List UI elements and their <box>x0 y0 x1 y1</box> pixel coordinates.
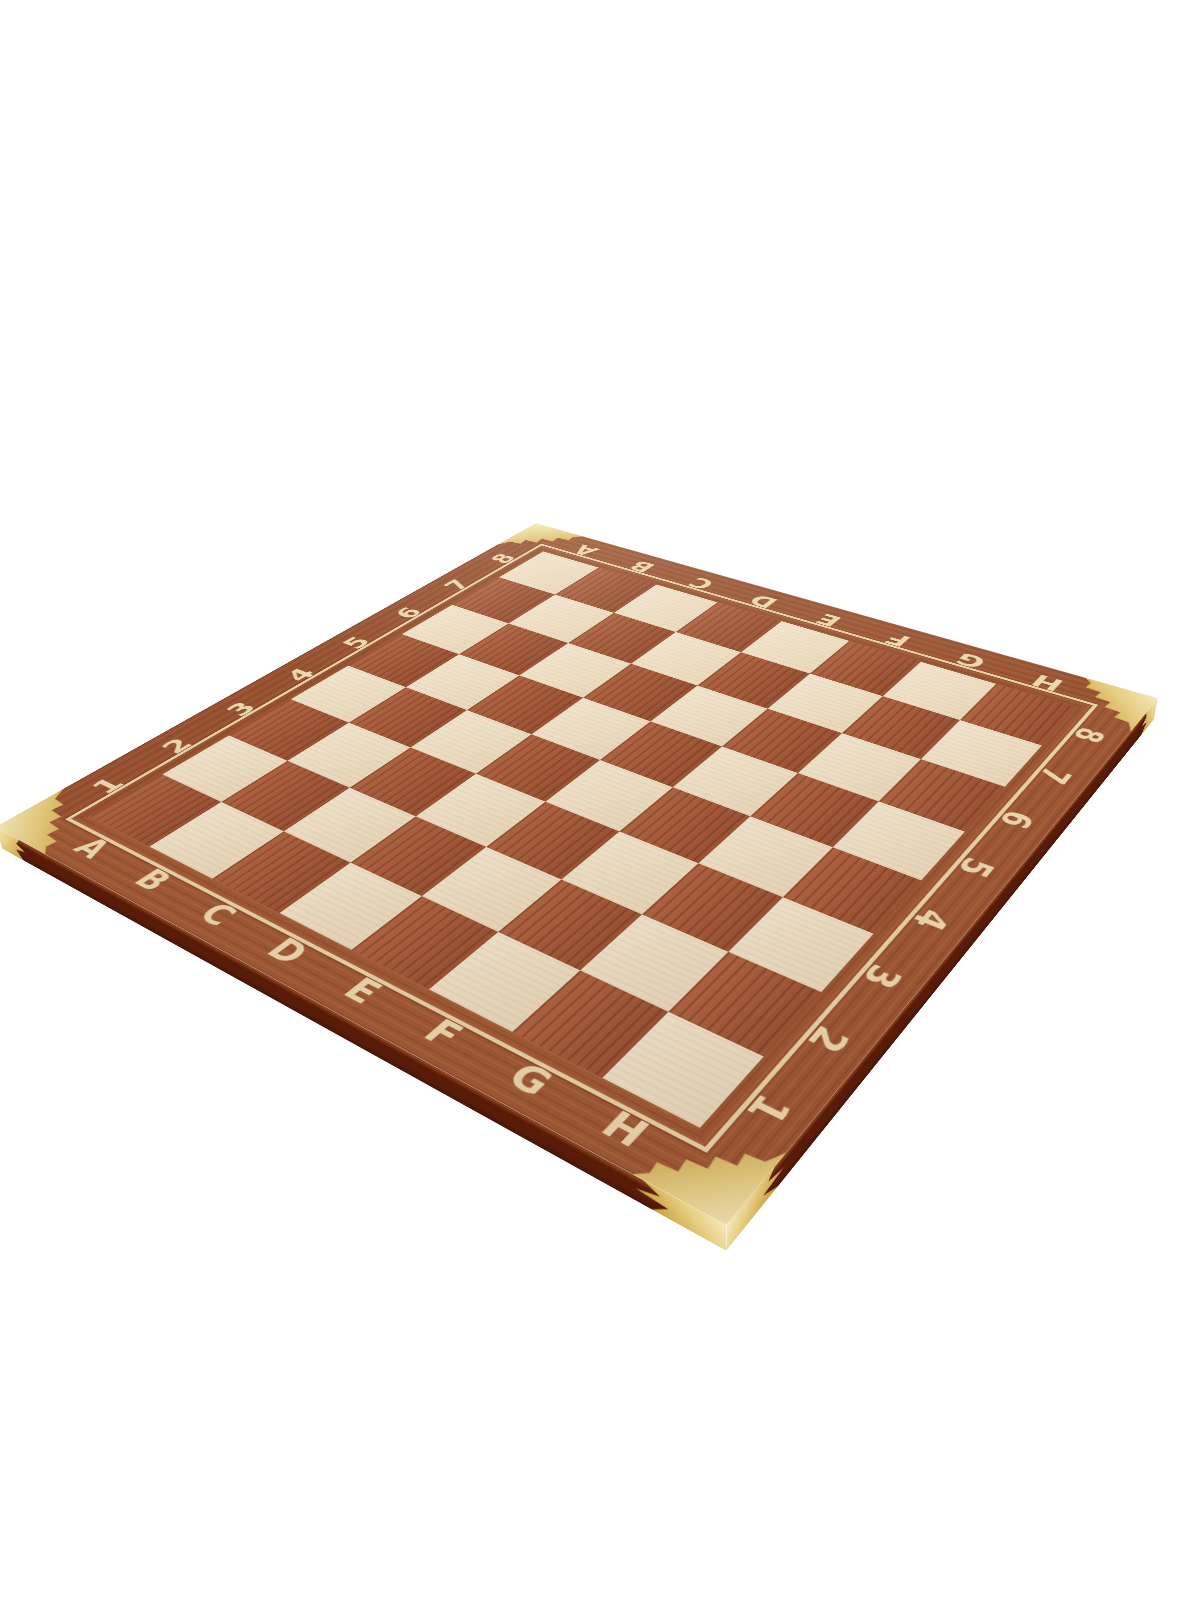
square-e4[interactable] <box>545 760 672 831</box>
square-g3[interactable] <box>642 863 783 952</box>
square-f4[interactable] <box>619 787 750 863</box>
square-e2[interactable] <box>422 847 562 932</box>
rank-labels-right: 8 7 6 5 4 3 2 1 <box>700 707 1136 1166</box>
square-d2[interactable] <box>351 816 487 896</box>
square-f1[interactable] <box>429 932 580 1032</box>
chess-board: A B C D E F G H A B C D E F G H 8 7 <box>0 523 1158 1225</box>
square-a1[interactable] <box>91 774 222 846</box>
square-g2[interactable] <box>580 914 728 1011</box>
square-h2[interactable] <box>668 952 821 1057</box>
square-h1[interactable] <box>602 1012 763 1128</box>
square-d1[interactable] <box>280 863 422 950</box>
square-e3[interactable] <box>486 802 619 880</box>
file-labels-bottom: A B C D E F G H <box>35 816 700 1183</box>
square-c1[interactable] <box>212 831 350 913</box>
square-b1[interactable] <box>149 802 283 879</box>
square-g5[interactable] <box>750 773 878 847</box>
board-top-face: A B C D E F G H A B C D E F G H 8 7 <box>0 523 1158 1225</box>
square-e1[interactable] <box>352 896 499 989</box>
square-h4[interactable] <box>783 847 921 933</box>
file-label: H <box>551 1078 700 1184</box>
product-photo-scene: A B C D E F G H A B C D E F G H 8 7 <box>0 0 1200 1600</box>
square-f2[interactable] <box>498 880 642 971</box>
square-d3[interactable] <box>416 774 546 847</box>
square-h5[interactable] <box>833 801 965 880</box>
square-h3[interactable] <box>728 897 873 992</box>
square-f5[interactable] <box>673 746 798 816</box>
square-h6[interactable] <box>879 759 1005 831</box>
square-g4[interactable] <box>698 816 832 897</box>
square-g1[interactable] <box>512 970 668 1078</box>
square-f3[interactable] <box>561 831 698 914</box>
square-c2[interactable] <box>284 788 416 863</box>
